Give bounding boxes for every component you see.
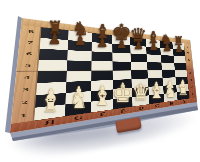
rank-label-left-6: 6: [18, 48, 40, 60]
rank-label-right-1: 1: [189, 90, 197, 98]
square-g6: [67, 50, 91, 61]
square-e6: [112, 53, 130, 62]
square-f6: [92, 51, 113, 61]
square-h6: [39, 49, 68, 61]
square-d6: [131, 53, 147, 62]
rank-label-left-4: 4: [15, 71, 38, 84]
product-photo-stage: HGFEDCBA HGFEDCBA 87654321 87654321 ♜♞♝♚…: [0, 0, 200, 162]
